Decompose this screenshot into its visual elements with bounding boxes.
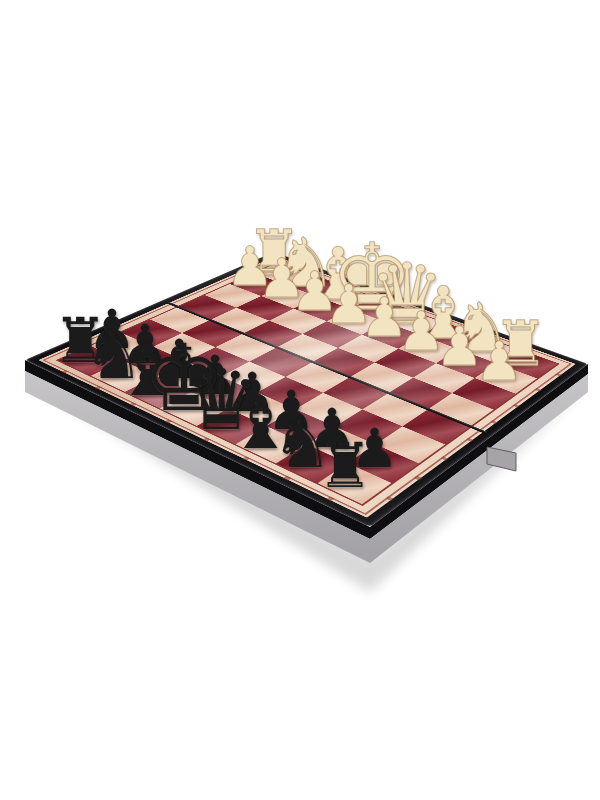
product-photo-stage: ♜♞♝♚♛♝♞♜♟♟♟♟♟♟♟♟♟♟♟♟♟♟♟♟♜♞♝♚♛♝♞♜ <box>0 0 600 800</box>
